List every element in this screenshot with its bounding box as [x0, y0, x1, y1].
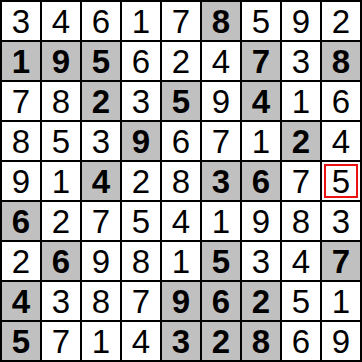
cell-r8c7[interactable]: 2 [242, 282, 280, 320]
cell-r6c9[interactable]: 3 [322, 202, 360, 240]
cell-r4c1[interactable]: 8 [2, 122, 40, 160]
cell-r7c7[interactable]: 3 [242, 242, 280, 280]
cell-r1c1[interactable]: 3 [2, 2, 40, 40]
cell-r9c5[interactable]: 3 [162, 322, 200, 360]
cell-r3c7[interactable]: 4 [242, 82, 280, 120]
cell-r7c4[interactable]: 8 [122, 242, 160, 280]
cell-r1c7[interactable]: 5 [242, 2, 280, 40]
cell-r6c8[interactable]: 8 [282, 202, 320, 240]
cell-r7c8[interactable]: 4 [282, 242, 320, 280]
cell-r4c5[interactable]: 6 [162, 122, 200, 160]
cell-r5c5[interactable]: 8 [162, 162, 200, 200]
cell-r3c6[interactable]: 9 [202, 82, 240, 120]
cell-r6c3[interactable]: 7 [82, 202, 120, 240]
cell-r1c3[interactable]: 6 [82, 2, 120, 40]
cell-r4c6[interactable]: 7 [202, 122, 240, 160]
cell-r8c8[interactable]: 5 [282, 282, 320, 320]
cell-r5c2[interactable]: 1 [42, 162, 80, 200]
cell-r5c4[interactable]: 2 [122, 162, 160, 200]
cell-r2c5[interactable]: 2 [162, 42, 200, 80]
cell-r5c3[interactable]: 4 [82, 162, 120, 200]
cell-r7c2[interactable]: 6 [42, 242, 80, 280]
cell-r4c7[interactable]: 1 [242, 122, 280, 160]
cell-r2c1[interactable]: 1 [2, 42, 40, 80]
cell-r1c6[interactable]: 8 [202, 2, 240, 40]
cell-r8c3[interactable]: 8 [82, 282, 120, 320]
cell-r7c6[interactable]: 5 [202, 242, 240, 280]
cell-r5c9[interactable]: 5 [322, 162, 360, 200]
cell-r2c6[interactable]: 4 [202, 42, 240, 80]
cell-r4c3[interactable]: 3 [82, 122, 120, 160]
cell-r9c8[interactable]: 6 [282, 322, 320, 360]
cell-r3c5[interactable]: 5 [162, 82, 200, 120]
cell-r9c3[interactable]: 1 [82, 322, 120, 360]
cell-r3c4[interactable]: 3 [122, 82, 160, 120]
cell-r8c5[interactable]: 9 [162, 282, 200, 320]
cell-r4c8[interactable]: 2 [282, 122, 320, 160]
cell-r2c2[interactable]: 9 [42, 42, 80, 80]
cell-r4c4[interactable]: 9 [122, 122, 160, 160]
cell-r7c5[interactable]: 1 [162, 242, 200, 280]
cell-r6c5[interactable]: 4 [162, 202, 200, 240]
cell-r6c1[interactable]: 6 [2, 202, 40, 240]
cell-r6c4[interactable]: 5 [122, 202, 160, 240]
cell-r3c3[interactable]: 2 [82, 82, 120, 120]
sudoku-board: 3461785921956247387823594168539671249142… [0, 0, 362, 362]
selected-cell-frame [324, 164, 358, 198]
cell-r9c7[interactable]: 8 [242, 322, 280, 360]
cell-r3c1[interactable]: 7 [2, 82, 40, 120]
cell-r6c7[interactable]: 9 [242, 202, 280, 240]
cell-r3c2[interactable]: 8 [42, 82, 80, 120]
cell-r5c1[interactable]: 9 [2, 162, 40, 200]
cell-r1c2[interactable]: 4 [42, 2, 80, 40]
cell-r8c1[interactable]: 4 [2, 282, 40, 320]
cell-r9c1[interactable]: 5 [2, 322, 40, 360]
cell-r5c8[interactable]: 7 [282, 162, 320, 200]
cell-r6c6[interactable]: 1 [202, 202, 240, 240]
cell-r7c3[interactable]: 9 [82, 242, 120, 280]
cell-r9c9[interactable]: 9 [322, 322, 360, 360]
cell-r9c6[interactable]: 2 [202, 322, 240, 360]
cell-r2c9[interactable]: 8 [322, 42, 360, 80]
cell-r2c4[interactable]: 6 [122, 42, 160, 80]
cell-r4c9[interactable]: 4 [322, 122, 360, 160]
cell-r9c2[interactable]: 7 [42, 322, 80, 360]
cell-r6c2[interactable]: 2 [42, 202, 80, 240]
cell-r8c9[interactable]: 1 [322, 282, 360, 320]
cell-r7c9[interactable]: 7 [322, 242, 360, 280]
cell-r8c6[interactable]: 6 [202, 282, 240, 320]
cell-r2c7[interactable]: 7 [242, 42, 280, 80]
cell-r8c4[interactable]: 7 [122, 282, 160, 320]
cell-r3c9[interactable]: 6 [322, 82, 360, 120]
cell-r5c6[interactable]: 3 [202, 162, 240, 200]
cell-r3c8[interactable]: 1 [282, 82, 320, 120]
cell-r8c2[interactable]: 3 [42, 282, 80, 320]
cell-r4c2[interactable]: 5 [42, 122, 80, 160]
cell-r9c4[interactable]: 4 [122, 322, 160, 360]
cell-r1c8[interactable]: 9 [282, 2, 320, 40]
cell-r1c5[interactable]: 7 [162, 2, 200, 40]
cell-r2c8[interactable]: 3 [282, 42, 320, 80]
cell-r5c7[interactable]: 6 [242, 162, 280, 200]
cell-r1c9[interactable]: 2 [322, 2, 360, 40]
cell-r1c4[interactable]: 1 [122, 2, 160, 40]
cell-r7c1[interactable]: 2 [2, 242, 40, 280]
cell-r2c3[interactable]: 5 [82, 42, 120, 80]
